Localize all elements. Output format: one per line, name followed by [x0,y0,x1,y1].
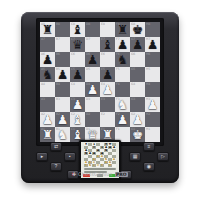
chess-board: A8♜B8C8♝D8E8F8♜G8♚H8A7B7C7♛D7E7♝F7♟G7♟H7… [40,22,160,142]
square-coordinate-label: B2 [56,112,60,116]
square-c5[interactable]: C5♟ [70,67,85,82]
square-e6[interactable]: E6 [100,52,115,67]
square-coordinate-label: H8 [146,22,150,26]
square-coordinate-label: D8 [86,22,90,26]
square-coordinate-label: D2 [86,112,90,116]
square-coordinate-label: H3 [146,97,150,101]
start-button[interactable]: ▸ [36,152,48,161]
square-h7[interactable]: H7♟ [145,37,160,52]
square-b5[interactable]: B5♟ [55,67,70,82]
square-coordinate-label: A7 [41,37,45,41]
square-coordinate-label: F6 [116,52,120,56]
square-h1[interactable]: H1 [145,127,160,142]
square-e5[interactable]: E5♟ [100,67,115,82]
model-badge: PRO [115,172,129,177]
square-coordinate-label: E1 [101,127,105,131]
product-photo-background: A8♜B8C8♝D8E8F8♜G8♚H8A7B7C7♛D7E7♝F7♟G7♟H7… [0,0,200,200]
lcd-position-diagram: ♜♝♜♚♛♝♟♟♟♟♟♞♞♟♟♟♟♟♟♞♟♟♟♝♟♟♜♞♝♛♜♚ [84,143,116,167]
lcd-square-h1 [112,164,116,167]
help-icon: ? [51,163,61,170]
square-coordinate-label: E3 [101,97,105,101]
square-c7[interactable]: C7♛ [70,37,85,52]
square-coordinate-label: A5 [41,67,45,71]
square-coordinate-label: C1 [71,127,75,131]
square-coordinate-label: F4 [116,82,120,86]
square-coordinate-label: A3 [41,97,45,101]
square-e4[interactable]: E4♟ [100,82,115,97]
square-coordinate-label: C7 [71,37,75,41]
square-a2[interactable]: A2♟ [40,112,55,127]
square-d6[interactable]: D6♟ [85,52,100,67]
square-coordinate-label: C4 [71,82,75,86]
square-coordinate-label: G8 [131,22,135,26]
square-g4[interactable]: G4 [130,82,145,97]
start-icon: ▸ [37,153,47,160]
lcd-info-line-1 [84,168,116,170]
square-coordinate-label: C6 [71,52,75,56]
square-f5[interactable]: F5 [115,67,130,82]
square-a1[interactable]: A1♜ [40,127,55,142]
square-coordinate-label: A6 [41,52,45,56]
square-f4[interactable]: F4 [115,82,130,97]
chess-computer: A8♜B8C8♝D8E8F8♜G8♚H8A7B7C7♛D7E7♝F7♟G7♟H7… [21,12,179,183]
square-coordinate-label: D5 [86,67,90,71]
square-e2[interactable]: E2 [100,112,115,127]
square-coordinate-label: D3 [86,97,90,101]
swap-sides-button[interactable]: ⇄ [50,142,62,151]
square-coordinate-label: A2 [41,112,45,116]
board-frame: A8♜B8C8♝D8E8F8♜G8♚H8A7B7C7♛D7E7♝F7♟G7♟H7… [36,18,164,146]
square-coordinate-label: G3 [131,97,135,101]
square-coordinate-label: B1 [56,127,60,131]
square-g7[interactable]: G7♟ [130,37,145,52]
square-b8[interactable]: B8 [55,22,70,37]
position-button[interactable]: ▦ [129,152,141,161]
square-c2[interactable]: C2♝ [70,112,85,127]
square-b1[interactable]: B1♞ [55,127,70,142]
square-f2[interactable]: F2♟ [115,112,130,127]
square-coordinate-label: B3 [56,97,60,101]
square-g6[interactable]: G6 [130,52,145,67]
square-d2[interactable]: D2 [85,112,100,127]
square-coordinate-label: F3 [116,97,120,101]
square-d3[interactable]: D3 [85,97,100,112]
millennium-cross-icon: ✚ [72,172,76,177]
square-f7[interactable]: F7♟ [115,37,130,52]
square-h6[interactable]: H6 [145,52,160,67]
square-c3[interactable]: C3♟ [70,97,85,112]
square-coordinate-label: D6 [86,52,90,56]
square-coordinate-label: H1 [146,127,150,131]
memo-button[interactable]: ▪ [64,152,76,161]
square-coordinate-label: E4 [101,82,105,86]
books-icon: ▷ [158,153,168,160]
square-coordinate-label: E7 [101,37,105,41]
square-coordinate-label: E8 [101,22,105,26]
square-coordinate-label: B5 [56,67,60,71]
square-coordinate-label: G7 [131,37,135,41]
square-g5[interactable]: G5 [130,67,145,82]
square-coordinate-label: G2 [131,112,135,116]
square-d8[interactable]: D8 [85,22,100,37]
square-d5[interactable]: D5 [85,67,100,82]
square-coordinate-label: G1 [131,127,135,131]
square-coordinate-label: B6 [56,52,60,56]
square-b2[interactable]: B2♟ [55,112,70,127]
info-icon: ◉ [144,163,154,170]
position-icon: ▦ [130,153,140,160]
square-coordinate-label: A4 [41,82,45,86]
square-coordinate-label: F2 [116,112,120,116]
square-coordinate-label: G6 [131,52,135,56]
square-a3[interactable]: A3 [40,97,55,112]
square-coordinate-label: G4 [131,82,135,86]
square-a5[interactable]: A5♞ [40,67,55,82]
square-coordinate-label: C2 [71,112,75,116]
books-button[interactable]: ▷ [157,152,169,161]
info-button[interactable]: ◉ [143,162,155,171]
square-coordinate-label: C3 [71,97,75,101]
square-e7[interactable]: E7♝ [100,37,115,52]
square-coordinate-label: C8 [71,22,75,26]
square-a8[interactable]: A8♜ [40,22,55,37]
square-coordinate-label: F1 [116,127,120,131]
square-c4[interactable]: C4 [70,82,85,97]
menu-icon: ≡ [144,143,154,150]
square-coordinate-label: A8 [41,22,45,26]
square-h2[interactable]: H2 [145,112,160,127]
square-coordinate-label: B7 [56,37,60,41]
swap-sides-icon: ⇄ [51,143,61,150]
square-coordinate-label: H5 [146,67,150,71]
square-coordinate-label: C5 [71,67,75,71]
square-coordinate-label: E5 [101,67,105,71]
square-g2[interactable]: G2♟ [130,112,145,127]
square-b4[interactable]: B4 [55,82,70,97]
square-b3[interactable]: B3 [55,97,70,112]
square-c6[interactable]: C6 [70,52,85,67]
square-h3[interactable]: H3♟ [145,97,160,112]
square-f8[interactable]: F8♜ [115,22,130,37]
brand-name: ChessGenius [78,171,112,177]
square-d7[interactable]: D7 [85,37,100,52]
square-coordinate-label: B8 [56,22,60,26]
square-a4[interactable]: A4 [40,82,55,97]
square-e3[interactable]: E3 [100,97,115,112]
square-coordinate-label: F8 [116,22,120,26]
square-a6[interactable]: A6♟ [40,52,55,67]
square-b7[interactable]: B7 [55,37,70,52]
square-coordinate-label: H7 [146,37,150,41]
menu-button[interactable]: ≡ [143,142,155,151]
square-coordinate-label: H4 [146,82,150,86]
square-f3[interactable]: F3♞ [115,97,130,112]
square-h8[interactable]: H8 [145,22,160,37]
square-d4[interactable]: D4♟ [85,82,100,97]
square-coordinate-label: A1 [41,127,45,131]
memo-icon: ▪ [65,153,75,160]
square-coordinate-label: D1 [86,127,90,131]
square-coordinate-label: D4 [86,82,90,86]
square-h5[interactable]: H5 [145,67,160,82]
square-g8[interactable]: G8♚ [130,22,145,37]
square-coordinate-label: H2 [146,112,150,116]
square-b6[interactable]: B6 [55,52,70,67]
square-g1[interactable]: G1♚ [130,127,145,142]
help-button[interactable]: ? [50,162,62,171]
square-g3[interactable]: G3 [130,97,145,112]
brand-logo: ✚ ChessGenius PRO [21,171,179,177]
square-coordinate-label: F5 [116,67,120,71]
square-e8[interactable]: E8 [100,22,115,37]
square-f6[interactable]: F6♞ [115,52,130,67]
square-coordinate-label: E6 [101,52,105,56]
square-h4[interactable]: H4 [145,82,160,97]
square-coordinate-label: G5 [131,67,135,71]
square-coordinate-label: B4 [56,82,60,86]
square-coordinate-label: D7 [86,37,90,41]
square-a7[interactable]: A7 [40,37,55,52]
square-c8[interactable]: C8♝ [70,22,85,37]
square-coordinate-label: H6 [146,52,150,56]
square-coordinate-label: E2 [101,112,105,116]
square-coordinate-label: F7 [116,37,120,41]
